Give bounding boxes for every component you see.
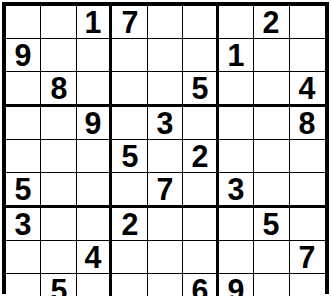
given-digit: 1 <box>227 39 244 71</box>
cell-r4c2[interactable] <box>41 107 76 140</box>
cell-r9c8[interactable] <box>254 274 289 296</box>
cell-r8c4[interactable] <box>112 241 147 274</box>
given-digit: 3 <box>157 107 174 139</box>
given-digit: 5 <box>191 72 208 104</box>
cell-r3c3[interactable] <box>77 72 112 107</box>
given-digit: 1 <box>85 6 102 38</box>
cell-r4c9[interactable]: 8 <box>290 107 325 140</box>
cell-r7c9[interactable] <box>290 208 325 241</box>
given-digit: 5 <box>121 140 138 172</box>
cell-r6c4[interactable] <box>112 173 147 208</box>
cell-r2c4[interactable] <box>112 39 147 72</box>
given-digit: 9 <box>15 39 32 71</box>
given-digit: 5 <box>15 173 32 205</box>
cell-r7c2[interactable] <box>41 208 76 241</box>
cell-r8c5[interactable] <box>148 241 183 274</box>
cell-r9c4[interactable] <box>112 274 147 296</box>
cell-r3c8[interactable] <box>254 72 289 107</box>
cell-r1c9[interactable] <box>290 6 325 39</box>
given-digit: 4 <box>299 72 316 104</box>
cell-r6c8[interactable] <box>254 173 289 208</box>
cell-r6c9[interactable] <box>290 173 325 208</box>
cell-r2c3[interactable] <box>77 39 112 72</box>
cell-r2c6[interactable] <box>183 39 218 72</box>
cell-r2c9[interactable] <box>290 39 325 72</box>
cell-r1c6[interactable] <box>183 6 218 39</box>
cell-r7c7[interactable] <box>219 208 254 241</box>
given-digit: 8 <box>50 72 67 104</box>
cell-r1c7[interactable] <box>219 6 254 39</box>
cell-r8c2[interactable] <box>41 241 76 274</box>
cell-r6c3[interactable] <box>77 173 112 208</box>
cell-r9c2[interactable]: 5 <box>41 274 76 296</box>
given-digit: 5 <box>263 208 280 240</box>
cell-r6c6[interactable] <box>183 173 218 208</box>
given-digit: 7 <box>121 6 138 38</box>
cell-r9c9[interactable] <box>290 274 325 296</box>
cell-r5c2[interactable] <box>41 140 76 173</box>
cell-r6c7[interactable]: 3 <box>219 173 254 208</box>
cell-r3c5[interactable] <box>148 72 183 107</box>
cell-r3c1[interactable] <box>6 72 41 107</box>
cell-r7c1[interactable]: 3 <box>6 208 41 241</box>
cell-r9c3[interactable] <box>77 274 112 296</box>
cell-r5c3[interactable] <box>77 140 112 173</box>
cell-r3c6[interactable]: 5 <box>183 72 218 107</box>
given-digit: 2 <box>263 6 280 38</box>
cell-r2c8[interactable] <box>254 39 289 72</box>
cell-r5c4[interactable]: 5 <box>112 140 147 173</box>
cell-r9c6[interactable]: 6 <box>183 274 218 296</box>
cell-r8c1[interactable] <box>6 241 41 274</box>
cell-r1c4[interactable]: 7 <box>112 6 147 39</box>
cell-r4c7[interactable] <box>219 107 254 140</box>
cell-r3c7[interactable] <box>219 72 254 107</box>
given-digit: 4 <box>85 241 102 273</box>
given-digit: 7 <box>299 241 316 273</box>
cell-r1c3[interactable]: 1 <box>77 6 112 39</box>
cell-r4c5[interactable]: 3 <box>148 107 183 140</box>
cell-r2c7[interactable]: 1 <box>219 39 254 72</box>
cell-r4c8[interactable] <box>254 107 289 140</box>
cell-r1c2[interactable] <box>41 6 76 39</box>
cell-r2c1[interactable]: 9 <box>6 39 41 72</box>
given-digit: 7 <box>157 173 174 205</box>
given-digit: 5 <box>50 274 67 296</box>
cell-r7c8[interactable]: 5 <box>254 208 289 241</box>
cell-r4c3[interactable]: 9 <box>77 107 112 140</box>
given-digit: 3 <box>15 208 32 240</box>
cell-r1c1[interactable] <box>6 6 41 39</box>
cell-r3c4[interactable] <box>112 72 147 107</box>
cell-r4c1[interactable] <box>6 107 41 140</box>
cell-r7c6[interactable] <box>183 208 218 241</box>
cell-r5c8[interactable] <box>254 140 289 173</box>
cell-r5c5[interactable] <box>148 140 183 173</box>
cell-r2c5[interactable] <box>148 39 183 72</box>
cell-r6c1[interactable]: 5 <box>6 173 41 208</box>
cell-r8c3[interactable]: 4 <box>77 241 112 274</box>
cell-r4c6[interactable] <box>183 107 218 140</box>
cell-r2c2[interactable] <box>41 39 76 72</box>
cell-r8c6[interactable] <box>183 241 218 274</box>
given-digit: 8 <box>299 107 316 139</box>
cell-r3c9[interactable]: 4 <box>290 72 325 107</box>
cell-r8c9[interactable]: 7 <box>290 241 325 274</box>
cell-r3c2[interactable]: 8 <box>41 72 76 107</box>
cell-r1c8[interactable]: 2 <box>254 6 289 39</box>
cell-r6c2[interactable] <box>41 173 76 208</box>
given-digit: 6 <box>191 274 208 296</box>
given-digit: 3 <box>227 173 244 205</box>
given-digit: 2 <box>191 140 208 172</box>
cell-r4c4[interactable] <box>112 107 147 140</box>
cell-r8c7[interactable] <box>219 241 254 274</box>
cell-r5c9[interactable] <box>290 140 325 173</box>
cell-r7c3[interactable] <box>77 208 112 241</box>
cell-r5c7[interactable] <box>219 140 254 173</box>
cell-r9c7[interactable]: 9 <box>219 274 254 296</box>
cell-r5c1[interactable] <box>6 140 41 173</box>
cell-r6c5[interactable]: 7 <box>148 173 183 208</box>
given-digit: 2 <box>121 208 138 240</box>
given-digit: 9 <box>85 107 102 139</box>
cell-r8c8[interactable] <box>254 241 289 274</box>
cell-r7c5[interactable] <box>148 208 183 241</box>
cell-r5c6[interactable]: 2 <box>183 140 218 173</box>
given-digit: 9 <box>227 274 244 296</box>
cell-r9c5[interactable] <box>148 274 183 296</box>
cell-r1c5[interactable] <box>148 6 183 39</box>
cell-r9c1[interactable] <box>6 274 41 296</box>
sudoku-board: 172918549385257332547569 <box>2 2 329 294</box>
cell-r7c4[interactable]: 2 <box>112 208 147 241</box>
